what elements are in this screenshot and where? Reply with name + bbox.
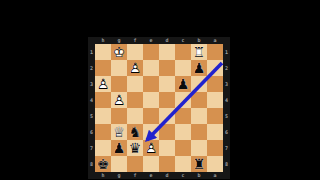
square-c5 — [175, 108, 191, 124]
file-label-a: a — [207, 37, 223, 44]
square-g4: ♟♙ — [111, 92, 127, 108]
square-a3 — [207, 76, 223, 92]
rank-label-8: 8 — [223, 156, 230, 172]
square-d2 — [159, 60, 175, 76]
piece-black-pawn-c3: ♟ — [175, 76, 191, 92]
square-h7 — [95, 140, 111, 156]
square-h2 — [95, 60, 111, 76]
square-e7: ♟♙ — [143, 140, 159, 156]
piece-black-knight-f6: ♞ — [127, 124, 143, 140]
piece-white-king-g1: ♚♔ — [111, 44, 127, 60]
square-e5 — [143, 108, 159, 124]
square-b7 — [191, 140, 207, 156]
square-g1: ♚♔ — [111, 44, 127, 60]
rank-label-2: 2 — [88, 60, 95, 76]
rank-label-7: 7 — [88, 140, 95, 156]
rank-label-6: 6 — [88, 124, 95, 140]
file-label-f: f — [127, 37, 143, 44]
file-label-g: g — [111, 37, 127, 44]
file-label-f: f — [127, 172, 143, 179]
rank-label-5: 5 — [88, 108, 95, 124]
file-label-c: c — [175, 37, 191, 44]
square-c4 — [175, 92, 191, 108]
video-frame: hgfedcba hgfedcba 12345678 12345678 ♚♔♜♖… — [0, 0, 320, 180]
file-label-e: e — [143, 37, 159, 44]
file-label-g: g — [111, 172, 127, 179]
square-a7 — [207, 140, 223, 156]
rank-label-1: 1 — [223, 44, 230, 60]
square-c2 — [175, 60, 191, 76]
square-a2 — [207, 60, 223, 76]
file-label-b: b — [191, 37, 207, 44]
piece-black-queen-f7: ♛ — [127, 140, 143, 156]
piece-black-rook-b8: ♜ — [191, 156, 207, 172]
square-f6: ♞ — [127, 124, 143, 140]
square-b2: ♟ — [191, 60, 207, 76]
square-g5 — [111, 108, 127, 124]
rank-label-3: 3 — [88, 76, 95, 92]
file-label-d: d — [159, 172, 175, 179]
file-label-d: d — [159, 37, 175, 44]
file-labels-top: hgfedcba — [95, 37, 223, 44]
board-squares: ♚♔♜♖♟♙♟♟♙♟♟♙♛♕♞♟♛♟♙♚♜ — [95, 44, 223, 172]
square-d3 — [159, 76, 175, 92]
square-f7: ♛ — [127, 140, 143, 156]
square-e1 — [143, 44, 159, 60]
square-a8 — [207, 156, 223, 172]
file-label-c: c — [175, 172, 191, 179]
rank-label-2: 2 — [223, 60, 230, 76]
square-e4 — [143, 92, 159, 108]
square-g7: ♟ — [111, 140, 127, 156]
piece-black-king-h8: ♚ — [95, 156, 111, 172]
square-h8: ♚ — [95, 156, 111, 172]
rank-label-6: 6 — [223, 124, 230, 140]
square-d8 — [159, 156, 175, 172]
rank-label-4: 4 — [223, 92, 230, 108]
piece-white-pawn-f2: ♟♙ — [127, 60, 143, 76]
square-h4 — [95, 92, 111, 108]
square-c6 — [175, 124, 191, 140]
piece-white-rook-b1: ♜♖ — [191, 44, 207, 60]
square-c3: ♟ — [175, 76, 191, 92]
square-f2: ♟♙ — [127, 60, 143, 76]
square-b1: ♜♖ — [191, 44, 207, 60]
square-h6 — [95, 124, 111, 140]
square-h1 — [95, 44, 111, 60]
square-g6: ♛♕ — [111, 124, 127, 140]
square-d7 — [159, 140, 175, 156]
square-b6 — [191, 124, 207, 140]
square-f5 — [127, 108, 143, 124]
square-f4 — [127, 92, 143, 108]
square-g8 — [111, 156, 127, 172]
square-a4 — [207, 92, 223, 108]
square-d1 — [159, 44, 175, 60]
square-d5 — [159, 108, 175, 124]
rank-labels-right: 12345678 — [223, 44, 230, 172]
square-b5 — [191, 108, 207, 124]
square-b4 — [191, 92, 207, 108]
square-d6 — [159, 124, 175, 140]
square-g2 — [111, 60, 127, 76]
square-f8 — [127, 156, 143, 172]
square-d4 — [159, 92, 175, 108]
square-h5 — [95, 108, 111, 124]
square-e3 — [143, 76, 159, 92]
square-e6 — [143, 124, 159, 140]
square-b8: ♜ — [191, 156, 207, 172]
square-f3 — [127, 76, 143, 92]
square-h3: ♟♙ — [95, 76, 111, 92]
rank-label-5: 5 — [223, 108, 230, 124]
square-g3 — [111, 76, 127, 92]
square-e8 — [143, 156, 159, 172]
square-e2 — [143, 60, 159, 76]
rank-label-7: 7 — [223, 140, 230, 156]
rank-label-8: 8 — [88, 156, 95, 172]
square-a5 — [207, 108, 223, 124]
rank-labels-left: 12345678 — [88, 44, 95, 172]
rank-label-3: 3 — [223, 76, 230, 92]
file-label-h: h — [95, 37, 111, 44]
piece-white-pawn-h3: ♟♙ — [95, 76, 111, 92]
file-labels-bottom: hgfedcba — [95, 172, 223, 179]
rank-label-1: 1 — [88, 44, 95, 60]
square-c7 — [175, 140, 191, 156]
piece-white-pawn-e7: ♟♙ — [143, 140, 159, 156]
piece-black-pawn-b2: ♟ — [191, 60, 207, 76]
piece-black-pawn-g7: ♟ — [111, 140, 127, 156]
rank-label-4: 4 — [88, 92, 95, 108]
square-c1 — [175, 44, 191, 60]
square-c8 — [175, 156, 191, 172]
file-label-a: a — [207, 172, 223, 179]
square-f1 — [127, 44, 143, 60]
square-a1 — [207, 44, 223, 60]
file-label-e: e — [143, 172, 159, 179]
square-a6 — [207, 124, 223, 140]
piece-white-queen-g6: ♛♕ — [111, 124, 127, 140]
file-label-h: h — [95, 172, 111, 179]
square-b3 — [191, 76, 207, 92]
file-label-b: b — [191, 172, 207, 179]
piece-white-pawn-g4: ♟♙ — [111, 92, 127, 108]
chess-board: hgfedcba hgfedcba 12345678 12345678 ♚♔♜♖… — [88, 37, 230, 179]
